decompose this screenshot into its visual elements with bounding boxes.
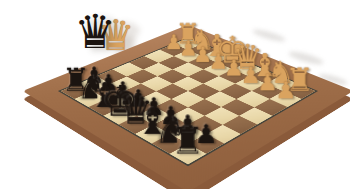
piece-black-rook: ♜ — [151, 122, 225, 159]
board-perspective-area: ♜♞♝♚♛♝♞♜♟♟♟♟♟♟♟♟♟♟♟♟♟♟♟♟♜♞♝♚♛♝♞♜ — [0, 0, 350, 189]
chess-set-product-photo: ♛ ♛ ♜♞♝♚♛♝♞♜♟♟♟♟♟♟♟♟♟♟♟♟♟♟♟♟♜♞♝♚♛♝♞♜ — [0, 0, 350, 189]
piece-white-pawn: ♟ — [262, 79, 309, 102]
square-a8: ♜ — [169, 143, 206, 164]
chess-board: ♜♞♝♚♛♝♞♜♟♟♟♟♟♟♟♟♟♟♟♟♟♟♟♟♜♞♝♚♛♝♞♜ — [23, 25, 350, 189]
playing-area: ♜♞♝♚♛♝♞♜♟♟♟♟♟♟♟♟♟♟♟♟♟♟♟♟♜♞♝♚♛♝♞♜ — [58, 37, 318, 166]
